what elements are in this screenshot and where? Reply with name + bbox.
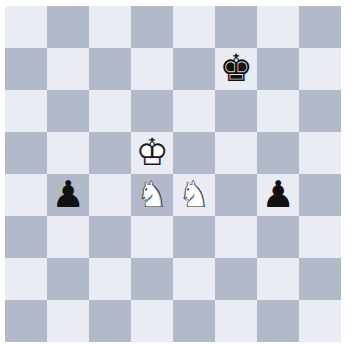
square-h6[interactable] bbox=[299, 90, 341, 132]
piece-black-pawn[interactable]: ♟ bbox=[257, 174, 299, 216]
square-g5[interactable] bbox=[257, 132, 299, 174]
square-a3[interactable] bbox=[5, 216, 47, 258]
square-f8[interactable] bbox=[215, 6, 257, 48]
piece-black-king[interactable]: ♚ bbox=[215, 48, 257, 90]
square-a7[interactable] bbox=[5, 48, 47, 90]
square-h1[interactable] bbox=[299, 300, 341, 342]
square-d1[interactable] bbox=[131, 300, 173, 342]
square-h2[interactable] bbox=[299, 258, 341, 300]
square-a4[interactable] bbox=[5, 174, 47, 216]
square-c7[interactable] bbox=[89, 48, 131, 90]
square-g3[interactable] bbox=[257, 216, 299, 258]
square-c4[interactable] bbox=[89, 174, 131, 216]
square-d4[interactable]: ♞♘ bbox=[131, 174, 173, 216]
square-e5[interactable] bbox=[173, 132, 215, 174]
square-f7[interactable]: ♚ bbox=[215, 48, 257, 90]
square-c1[interactable] bbox=[89, 300, 131, 342]
square-g2[interactable] bbox=[257, 258, 299, 300]
piece-black-pawn[interactable]: ♟ bbox=[47, 174, 89, 216]
square-a5[interactable] bbox=[5, 132, 47, 174]
square-d5[interactable]: ♚♔ bbox=[131, 132, 173, 174]
square-e3[interactable] bbox=[173, 216, 215, 258]
square-c3[interactable] bbox=[89, 216, 131, 258]
square-f4[interactable] bbox=[215, 174, 257, 216]
square-g1[interactable] bbox=[257, 300, 299, 342]
square-g4[interactable]: ♟ bbox=[257, 174, 299, 216]
square-f2[interactable] bbox=[215, 258, 257, 300]
square-b2[interactable] bbox=[47, 258, 89, 300]
square-c6[interactable] bbox=[89, 90, 131, 132]
square-b6[interactable] bbox=[47, 90, 89, 132]
square-d2[interactable] bbox=[131, 258, 173, 300]
square-b5[interactable] bbox=[47, 132, 89, 174]
square-h5[interactable] bbox=[299, 132, 341, 174]
piece-white-king-fill: ♚ bbox=[131, 132, 173, 174]
square-c8[interactable] bbox=[89, 6, 131, 48]
square-e6[interactable] bbox=[173, 90, 215, 132]
square-f3[interactable] bbox=[215, 216, 257, 258]
piece-white-knight[interactable]: ♘ bbox=[131, 174, 173, 216]
piece-white-knight-fill: ♞ bbox=[173, 174, 215, 216]
square-a6[interactable] bbox=[5, 90, 47, 132]
square-h3[interactable] bbox=[299, 216, 341, 258]
square-e7[interactable] bbox=[173, 48, 215, 90]
square-b1[interactable] bbox=[47, 300, 89, 342]
square-h4[interactable] bbox=[299, 174, 341, 216]
square-c5[interactable] bbox=[89, 132, 131, 174]
square-f6[interactable] bbox=[215, 90, 257, 132]
piece-white-knight[interactable]: ♘ bbox=[173, 174, 215, 216]
square-e2[interactable] bbox=[173, 258, 215, 300]
square-d6[interactable] bbox=[131, 90, 173, 132]
square-a8[interactable] bbox=[5, 6, 47, 48]
square-g6[interactable] bbox=[257, 90, 299, 132]
square-d8[interactable] bbox=[131, 6, 173, 48]
piece-white-king[interactable]: ♔ bbox=[131, 132, 173, 174]
square-b7[interactable] bbox=[47, 48, 89, 90]
square-e8[interactable] bbox=[173, 6, 215, 48]
square-c2[interactable] bbox=[89, 258, 131, 300]
square-d3[interactable] bbox=[131, 216, 173, 258]
square-e1[interactable] bbox=[173, 300, 215, 342]
square-e4[interactable]: ♞♘ bbox=[173, 174, 215, 216]
square-f5[interactable] bbox=[215, 132, 257, 174]
square-b4[interactable]: ♟ bbox=[47, 174, 89, 216]
square-f1[interactable] bbox=[215, 300, 257, 342]
square-h8[interactable] bbox=[299, 6, 341, 48]
square-g8[interactable] bbox=[257, 6, 299, 48]
chess-diagram: ♚♚♔♟♞♘♞♘♟ bbox=[0, 0, 346, 344]
square-b8[interactable] bbox=[47, 6, 89, 48]
square-a1[interactable] bbox=[5, 300, 47, 342]
square-a2[interactable] bbox=[5, 258, 47, 300]
piece-white-knight-fill: ♞ bbox=[131, 174, 173, 216]
square-d7[interactable] bbox=[131, 48, 173, 90]
square-g7[interactable] bbox=[257, 48, 299, 90]
square-h7[interactable] bbox=[299, 48, 341, 90]
square-b3[interactable] bbox=[47, 216, 89, 258]
chess-board: ♚♚♔♟♞♘♞♘♟ bbox=[5, 6, 341, 342]
